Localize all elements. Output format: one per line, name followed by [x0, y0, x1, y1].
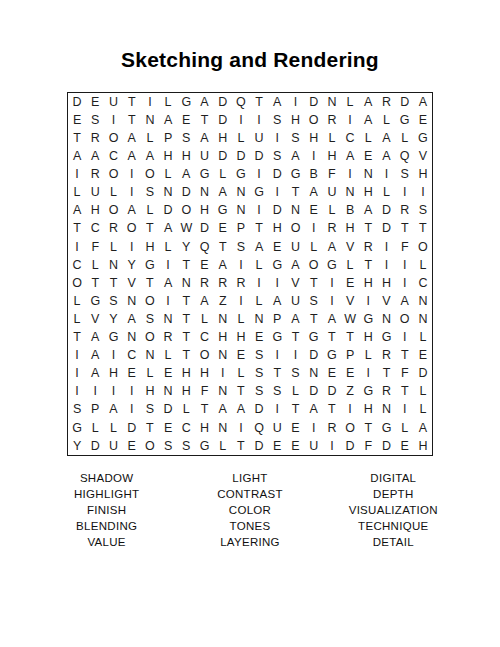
grid-cell-r14c17[interactable]: H [359, 328, 377, 346]
grid-cell-r6c13[interactable]: T [286, 184, 304, 202]
grid-cell-r12c10[interactable]: I [232, 292, 250, 310]
grid-cell-r6c8[interactable]: N [195, 184, 213, 202]
grid-cell-r17c3[interactable]: I [104, 383, 122, 401]
grid-cell-r10c5[interactable]: G [141, 256, 159, 274]
grid-cell-r13c6[interactable]: N [159, 310, 177, 328]
grid-cell-r8c5[interactable]: T [141, 220, 159, 238]
grid-cell-r18c2[interactable]: P [86, 401, 104, 419]
grid-cell-r15c4[interactable]: C [123, 346, 141, 364]
grid-cell-r5c6[interactable]: L [159, 165, 177, 183]
grid-cell-r2c18[interactable]: L [377, 111, 395, 129]
grid-cell-r16c6[interactable]: E [159, 365, 177, 383]
grid-cell-r19c5[interactable]: T [141, 419, 159, 437]
grid-cell-r3c11[interactable]: U [250, 129, 268, 147]
grid-cell-r6c6[interactable]: N [159, 184, 177, 202]
grid-cell-r12c13[interactable]: U [286, 292, 304, 310]
grid-cell-r20c1[interactable]: Y [68, 437, 86, 455]
grid-cell-r14c10[interactable]: H [232, 328, 250, 346]
grid-cell-r15c1[interactable]: I [68, 346, 86, 364]
grid-cell-r14c19[interactable]: I [396, 328, 414, 346]
grid-cell-r18c17[interactable]: H [359, 401, 377, 419]
grid-cell-r3c9[interactable]: H [214, 129, 232, 147]
grid-cell-r5c7[interactable]: A [177, 165, 195, 183]
grid-cell-r9c12[interactable]: E [268, 238, 286, 256]
grid-cell-r7c20[interactable]: S [414, 202, 432, 220]
grid-cell-r11c2[interactable]: T [86, 274, 104, 292]
grid-cell-r11c12[interactable]: I [268, 274, 286, 292]
grid-cell-r4c8[interactable]: U [195, 147, 213, 165]
grid-cell-r16c9[interactable]: I [214, 365, 232, 383]
grid-cell-r3c14[interactable]: H [305, 129, 323, 147]
grid-cell-r5c17[interactable]: N [359, 165, 377, 183]
grid-cell-r15c7[interactable]: T [177, 346, 195, 364]
grid-cell-r10c6[interactable]: I [159, 256, 177, 274]
grid-cell-r3c12[interactable]: I [268, 129, 286, 147]
grid-cell-r13c18[interactable]: N [377, 310, 395, 328]
grid-cell-r14c20[interactable]: L [414, 328, 432, 346]
grid-cell-r13c14[interactable]: T [305, 310, 323, 328]
grid-cell-r1c17[interactable]: A [359, 93, 377, 111]
grid-cell-r17c14[interactable]: D [305, 383, 323, 401]
grid-cell-r15c12[interactable]: I [268, 346, 286, 364]
grid-cell-r4c10[interactable]: D [232, 147, 250, 165]
grid-cell-r1c18[interactable]: R [377, 93, 395, 111]
grid-cell-r16c3[interactable]: H [104, 365, 122, 383]
grid-cell-r13c16[interactable]: W [341, 310, 359, 328]
grid-cell-r11c14[interactable]: T [305, 274, 323, 292]
grid-cell-r9c18[interactable]: I [377, 238, 395, 256]
grid-cell-r20c3[interactable]: U [104, 437, 122, 455]
grid-cell-r4c17[interactable]: E [359, 147, 377, 165]
grid-cell-r17c4[interactable]: I [123, 383, 141, 401]
grid-cell-r15c10[interactable]: E [232, 346, 250, 364]
grid-cell-r4c7[interactable]: H [177, 147, 195, 165]
grid-cell-r17c9[interactable]: N [214, 383, 232, 401]
grid-cell-r18c20[interactable]: L [414, 401, 432, 419]
grid-cell-r4c11[interactable]: D [250, 147, 268, 165]
grid-cell-r20c4[interactable]: E [123, 437, 141, 455]
grid-cell-r13c3[interactable]: Y [104, 310, 122, 328]
grid-cell-r16c2[interactable]: A [86, 365, 104, 383]
grid-cell-r12c11[interactable]: L [250, 292, 268, 310]
grid-cell-r18c13[interactable]: T [286, 401, 304, 419]
grid-cell-r7c19[interactable]: R [396, 202, 414, 220]
grid-cell-r3c1[interactable]: T [68, 129, 86, 147]
grid-cell-r10c18[interactable]: I [377, 256, 395, 274]
grid-cell-r6c1[interactable]: L [68, 184, 86, 202]
grid-cell-r20c12[interactable]: E [268, 437, 286, 455]
grid-cell-r13c2[interactable]: V [86, 310, 104, 328]
grid-cell-r20c7[interactable]: S [177, 437, 195, 455]
grid-cell-r1c1[interactable]: D [68, 93, 86, 111]
grid-cell-r8c4[interactable]: O [123, 220, 141, 238]
grid-cell-r17c11[interactable]: S [250, 383, 268, 401]
grid-cell-r8c16[interactable]: H [341, 220, 359, 238]
grid-cell-r19c4[interactable]: D [123, 419, 141, 437]
grid-cell-r2c11[interactable]: I [250, 111, 268, 129]
grid-cell-r2c6[interactable]: A [159, 111, 177, 129]
grid-cell-r10c17[interactable]: T [359, 256, 377, 274]
grid-cell-r17c20[interactable]: L [414, 383, 432, 401]
grid-cell-r18c4[interactable]: I [123, 401, 141, 419]
grid-cell-r12c12[interactable]: A [268, 292, 286, 310]
grid-cell-r1c12[interactable]: A [268, 93, 286, 111]
grid-cell-r16c14[interactable]: N [305, 365, 323, 383]
grid-cell-r3c19[interactable]: L [396, 129, 414, 147]
grid-cell-r18c6[interactable]: D [159, 401, 177, 419]
grid-cell-r13c8[interactable]: L [195, 310, 213, 328]
grid-cell-r16c8[interactable]: H [195, 365, 213, 383]
grid-cell-r12c15[interactable]: I [323, 292, 341, 310]
grid-cell-r5c4[interactable]: I [123, 165, 141, 183]
grid-cell-r2c15[interactable]: R [323, 111, 341, 129]
grid-cell-r12c18[interactable]: V [377, 292, 395, 310]
grid-cell-r8c6[interactable]: A [159, 220, 177, 238]
grid-cell-r9c2[interactable]: F [86, 238, 104, 256]
grid-cell-r18c12[interactable]: I [268, 401, 286, 419]
grid-cell-r18c11[interactable]: D [250, 401, 268, 419]
grid-cell-r19c12[interactable]: U [268, 419, 286, 437]
grid-cell-r8c20[interactable]: T [414, 220, 432, 238]
grid-cell-r6c7[interactable]: D [177, 184, 195, 202]
grid-cell-r4c19[interactable]: Q [396, 147, 414, 165]
grid-cell-r4c4[interactable]: A [123, 147, 141, 165]
grid-cell-r14c13[interactable]: T [286, 328, 304, 346]
grid-cell-r4c3[interactable]: C [104, 147, 122, 165]
grid-cell-r18c19[interactable]: I [396, 401, 414, 419]
grid-cell-r11c8[interactable]: R [195, 274, 213, 292]
grid-cell-r2c12[interactable]: S [268, 111, 286, 129]
grid-cell-r18c10[interactable]: A [232, 401, 250, 419]
grid-cell-r15c13[interactable]: I [286, 346, 304, 364]
grid-cell-r15c5[interactable]: N [141, 346, 159, 364]
grid-cell-r16c4[interactable]: E [123, 365, 141, 383]
grid-cell-r3c20[interactable]: G [414, 129, 432, 147]
grid-cell-r19c9[interactable]: N [214, 419, 232, 437]
grid-cell-r9c11[interactable]: A [250, 238, 268, 256]
grid-cell-r18c14[interactable]: A [305, 401, 323, 419]
grid-cell-r12c7[interactable]: T [177, 292, 195, 310]
grid-cell-r19c10[interactable]: I [232, 419, 250, 437]
grid-cell-r18c15[interactable]: T [323, 401, 341, 419]
grid-cell-r13c12[interactable]: P [268, 310, 286, 328]
grid-cell-r17c1[interactable]: I [68, 383, 86, 401]
grid-cell-r7c9[interactable]: G [214, 202, 232, 220]
grid-cell-r1c4[interactable]: T [123, 93, 141, 111]
grid-cell-r16c12[interactable]: T [268, 365, 286, 383]
grid-cell-r16c19[interactable]: F [396, 365, 414, 383]
grid-cell-r12c20[interactable]: N [414, 292, 432, 310]
grid-cell-r1c6[interactable]: L [159, 93, 177, 111]
grid-cell-r6c20[interactable]: I [414, 184, 432, 202]
grid-cell-r10c12[interactable]: G [268, 256, 286, 274]
grid-cell-r14c2[interactable]: A [86, 328, 104, 346]
grid-cell-r11c3[interactable]: T [104, 274, 122, 292]
grid-cell-r7c4[interactable]: A [123, 202, 141, 220]
grid-cell-r8c1[interactable]: T [68, 220, 86, 238]
grid-cell-r14c15[interactable]: T [323, 328, 341, 346]
grid-cell-r3c13[interactable]: S [286, 129, 304, 147]
grid-cell-r11c17[interactable]: H [359, 274, 377, 292]
grid-cell-r12c9[interactable]: Z [214, 292, 232, 310]
grid-cell-r5c18[interactable]: I [377, 165, 395, 183]
grid-cell-r1c14[interactable]: D [305, 93, 323, 111]
grid-cell-r19c2[interactable]: L [86, 419, 104, 437]
grid-cell-r1c9[interactable]: D [214, 93, 232, 111]
grid-cell-r20c9[interactable]: L [214, 437, 232, 455]
grid-cell-r16c17[interactable]: I [359, 365, 377, 383]
grid-cell-r19c18[interactable]: G [377, 419, 395, 437]
grid-cell-r1c19[interactable]: D [396, 93, 414, 111]
grid-cell-r15c11[interactable]: S [250, 346, 268, 364]
grid-cell-r19c20[interactable]: A [414, 419, 432, 437]
grid-cell-r15c16[interactable]: P [341, 346, 359, 364]
grid-cell-r10c20[interactable]: L [414, 256, 432, 274]
grid-cell-r11c6[interactable]: A [159, 274, 177, 292]
grid-cell-r5c14[interactable]: B [305, 165, 323, 183]
grid-cell-r6c14[interactable]: A [305, 184, 323, 202]
grid-cell-r6c11[interactable]: G [250, 184, 268, 202]
grid-cell-r7c18[interactable]: D [377, 202, 395, 220]
grid-cell-r9c19[interactable]: F [396, 238, 414, 256]
grid-cell-r6c15[interactable]: U [323, 184, 341, 202]
grid-cell-r7c16[interactable]: B [341, 202, 359, 220]
grid-cell-r8c10[interactable]: P [232, 220, 250, 238]
grid-cell-r13c17[interactable]: G [359, 310, 377, 328]
grid-cell-r18c3[interactable]: A [104, 401, 122, 419]
grid-cell-r1c10[interactable]: Q [232, 93, 250, 111]
grid-cell-r10c16[interactable]: L [341, 256, 359, 274]
grid-cell-r18c16[interactable]: I [341, 401, 359, 419]
grid-cell-r8c18[interactable]: D [377, 220, 395, 238]
grid-cell-r19c14[interactable]: I [305, 419, 323, 437]
grid-cell-r20c6[interactable]: S [159, 437, 177, 455]
grid-cell-r2c5[interactable]: N [141, 111, 159, 129]
grid-cell-r3c15[interactable]: L [323, 129, 341, 147]
grid-cell-r5c15[interactable]: F [323, 165, 341, 183]
grid-cell-r19c7[interactable]: C [177, 419, 195, 437]
grid-cell-r9c4[interactable]: I [123, 238, 141, 256]
grid-cell-r11c1[interactable]: O [68, 274, 86, 292]
grid-cell-r6c16[interactable]: N [341, 184, 359, 202]
grid-cell-r19c16[interactable]: O [341, 419, 359, 437]
grid-cell-r3c10[interactable]: L [232, 129, 250, 147]
grid-cell-r14c8[interactable]: C [195, 328, 213, 346]
grid-cell-r10c3[interactable]: N [104, 256, 122, 274]
grid-cell-r2c13[interactable]: H [286, 111, 304, 129]
grid-cell-r12c1[interactable]: L [68, 292, 86, 310]
grid-cell-r11c13[interactable]: V [286, 274, 304, 292]
grid-cell-r20c11[interactable]: D [250, 437, 268, 455]
grid-cell-r9c1[interactable]: I [68, 238, 86, 256]
grid-cell-r10c9[interactable]: A [214, 256, 232, 274]
grid-cell-r6c4[interactable]: I [123, 184, 141, 202]
grid-cell-r5c16[interactable]: I [341, 165, 359, 183]
grid-cell-r8c7[interactable]: W [177, 220, 195, 238]
grid-cell-r13c19[interactable]: O [396, 310, 414, 328]
grid-cell-r19c15[interactable]: R [323, 419, 341, 437]
grid-cell-r9c5[interactable]: H [141, 238, 159, 256]
grid-cell-r13c11[interactable]: N [250, 310, 268, 328]
grid-cell-r20c20[interactable]: H [414, 437, 432, 455]
grid-cell-r6c17[interactable]: H [359, 184, 377, 202]
grid-cell-r4c1[interactable]: A [68, 147, 86, 165]
grid-cell-r11c18[interactable]: H [377, 274, 395, 292]
grid-cell-r14c4[interactable]: N [123, 328, 141, 346]
grid-cell-r16c18[interactable]: T [377, 365, 395, 383]
grid-cell-r13c4[interactable]: A [123, 310, 141, 328]
grid-cell-r11c16[interactable]: E [341, 274, 359, 292]
grid-cell-r14c9[interactable]: H [214, 328, 232, 346]
grid-cell-r3c18[interactable]: A [377, 129, 395, 147]
grid-cell-r8c11[interactable]: T [250, 220, 268, 238]
grid-cell-r2c4[interactable]: T [123, 111, 141, 129]
grid-cell-r17c15[interactable]: D [323, 383, 341, 401]
grid-cell-r5c3[interactable]: O [104, 165, 122, 183]
grid-cell-r10c7[interactable]: T [177, 256, 195, 274]
grid-cell-r17c7[interactable]: H [177, 383, 195, 401]
grid-cell-r11c4[interactable]: V [123, 274, 141, 292]
grid-cell-r15c20[interactable]: E [414, 346, 432, 364]
grid-cell-r6c12[interactable]: I [268, 184, 286, 202]
grid-cell-r19c8[interactable]: H [195, 419, 213, 437]
grid-cell-r14c18[interactable]: G [377, 328, 395, 346]
grid-cell-r7c10[interactable]: N [232, 202, 250, 220]
grid-cell-r17c12[interactable]: S [268, 383, 286, 401]
grid-cell-r14c14[interactable]: G [305, 328, 323, 346]
grid-cell-r14c7[interactable]: T [177, 328, 195, 346]
grid-cell-r3c3[interactable]: O [104, 129, 122, 147]
grid-cell-r13c15[interactable]: A [323, 310, 341, 328]
grid-cell-r20c5[interactable]: O [141, 437, 159, 455]
grid-cell-r20c2[interactable]: D [86, 437, 104, 455]
grid-cell-r1c2[interactable]: E [86, 93, 104, 111]
grid-cell-r12c6[interactable]: I [159, 292, 177, 310]
grid-cell-r19c19[interactable]: L [396, 419, 414, 437]
grid-cell-r15c18[interactable]: R [377, 346, 395, 364]
grid-cell-r7c7[interactable]: O [177, 202, 195, 220]
grid-cell-r5c20[interactable]: H [414, 165, 432, 183]
grid-cell-r3c6[interactable]: P [159, 129, 177, 147]
grid-cell-r17c10[interactable]: T [232, 383, 250, 401]
grid-cell-r1c8[interactable]: A [195, 93, 213, 111]
grid-cell-r7c17[interactable]: A [359, 202, 377, 220]
grid-cell-r10c8[interactable]: E [195, 256, 213, 274]
grid-cell-r6c2[interactable]: U [86, 184, 104, 202]
grid-cell-r5c2[interactable]: R [86, 165, 104, 183]
grid-cell-r4c5[interactable]: A [141, 147, 159, 165]
grid-cell-r8c19[interactable]: T [396, 220, 414, 238]
grid-cell-r5c9[interactable]: L [214, 165, 232, 183]
grid-cell-r2c20[interactable]: E [414, 111, 432, 129]
grid-cell-r16c7[interactable]: H [177, 365, 195, 383]
grid-cell-r2c3[interactable]: I [104, 111, 122, 129]
grid-cell-r15c8[interactable]: O [195, 346, 213, 364]
grid-cell-r12c2[interactable]: G [86, 292, 104, 310]
grid-cell-r5c11[interactable]: I [250, 165, 268, 183]
grid-cell-r9c13[interactable]: U [286, 238, 304, 256]
grid-cell-r4c20[interactable]: V [414, 147, 432, 165]
grid-cell-r18c18[interactable]: N [377, 401, 395, 419]
grid-cell-r3c17[interactable]: L [359, 129, 377, 147]
grid-cell-r6c5[interactable]: S [141, 184, 159, 202]
grid-cell-r11c9[interactable]: R [214, 274, 232, 292]
grid-cell-r8c9[interactable]: E [214, 220, 232, 238]
grid-cell-r20c17[interactable]: F [359, 437, 377, 455]
grid-cell-r16c1[interactable]: I [68, 365, 86, 383]
grid-cell-r10c10[interactable]: I [232, 256, 250, 274]
grid-cell-r18c7[interactable]: L [177, 401, 195, 419]
grid-cell-r3c4[interactable]: A [123, 129, 141, 147]
grid-cell-r19c17[interactable]: T [359, 419, 377, 437]
grid-cell-r12c19[interactable]: A [396, 292, 414, 310]
grid-cell-r9c7[interactable]: Y [177, 238, 195, 256]
grid-cell-r4c9[interactable]: D [214, 147, 232, 165]
grid-cell-r14c5[interactable]: O [141, 328, 159, 346]
grid-cell-r14c1[interactable]: T [68, 328, 86, 346]
grid-cell-r19c13[interactable]: E [286, 419, 304, 437]
grid-cell-r1c11[interactable]: T [250, 93, 268, 111]
grid-cell-r2c1[interactable]: E [68, 111, 86, 129]
grid-cell-r10c14[interactable]: O [305, 256, 323, 274]
grid-cell-r16c5[interactable]: L [141, 365, 159, 383]
grid-cell-r5c10[interactable]: G [232, 165, 250, 183]
grid-cell-r8c17[interactable]: T [359, 220, 377, 238]
grid-cell-r13c7[interactable]: T [177, 310, 195, 328]
grid-cell-r4c2[interactable]: A [86, 147, 104, 165]
grid-cell-r1c5[interactable]: I [141, 93, 159, 111]
grid-cell-r18c1[interactable]: S [68, 401, 86, 419]
grid-cell-r5c1[interactable]: I [68, 165, 86, 183]
grid-cell-r11c15[interactable]: I [323, 274, 341, 292]
grid-cell-r17c13[interactable]: L [286, 383, 304, 401]
grid-cell-r7c8[interactable]: H [195, 202, 213, 220]
grid-cell-r19c11[interactable]: Q [250, 419, 268, 437]
grid-cell-r2c10[interactable]: I [232, 111, 250, 129]
grid-cell-r15c6[interactable]: L [159, 346, 177, 364]
grid-cell-r14c3[interactable]: G [104, 328, 122, 346]
grid-cell-r7c6[interactable]: D [159, 202, 177, 220]
grid-cell-r9c15[interactable]: A [323, 238, 341, 256]
grid-cell-r15c17[interactable]: L [359, 346, 377, 364]
grid-cell-r13c10[interactable]: L [232, 310, 250, 328]
grid-cell-r9c3[interactable]: L [104, 238, 122, 256]
grid-cell-r4c12[interactable]: S [268, 147, 286, 165]
grid-cell-r9c14[interactable]: L [305, 238, 323, 256]
grid-cell-r1c15[interactable]: N [323, 93, 341, 111]
grid-cell-r2c19[interactable]: G [396, 111, 414, 129]
grid-cell-r10c13[interactable]: A [286, 256, 304, 274]
grid-cell-r1c20[interactable]: A [414, 93, 432, 111]
grid-cell-r9c9[interactable]: T [214, 238, 232, 256]
grid-cell-r11c19[interactable]: I [396, 274, 414, 292]
grid-cell-r2c9[interactable]: D [214, 111, 232, 129]
grid-cell-r10c19[interactable]: I [396, 256, 414, 274]
grid-cell-r13c20[interactable]: N [414, 310, 432, 328]
grid-cell-r13c9[interactable]: N [214, 310, 232, 328]
grid-cell-r8c8[interactable]: D [195, 220, 213, 238]
grid-cell-r14c6[interactable]: R [159, 328, 177, 346]
grid-cell-r9c16[interactable]: V [341, 238, 359, 256]
grid-cell-r17c19[interactable]: T [396, 383, 414, 401]
grid-cell-r15c3[interactable]: I [104, 346, 122, 364]
grid-cell-r19c3[interactable]: L [104, 419, 122, 437]
grid-cell-r11c7[interactable]: N [177, 274, 195, 292]
grid-cell-r11c11[interactable]: I [250, 274, 268, 292]
grid-cell-r4c6[interactable]: H [159, 147, 177, 165]
grid-cell-r2c8[interactable]: T [195, 111, 213, 129]
grid-cell-r12c8[interactable]: A [195, 292, 213, 310]
